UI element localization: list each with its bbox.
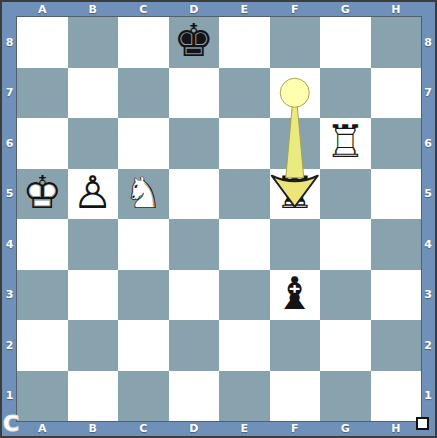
rank-label-3: 3 [2,270,17,321]
file-labels-top: ABCDEFGH [17,2,421,17]
piece-black-rook[interactable]: ♜ [270,169,321,220]
square-h5[interactable] [371,169,422,220]
square-e3[interactable] [219,270,270,321]
rank-label-8: 8 [2,17,17,68]
rank-label-4: 4 [421,219,435,270]
piece-white-knight[interactable]: ♞♘ [118,169,169,220]
rank-label-4: 4 [2,219,17,270]
square-d1[interactable] [169,371,220,422]
square-c2[interactable] [118,320,169,371]
square-c7[interactable] [118,68,169,119]
square-a4[interactable] [17,219,68,270]
file-label-g: G [320,421,371,436]
square-a7[interactable] [17,68,68,119]
square-a8[interactable] [17,17,68,68]
square-h6[interactable] [371,118,422,169]
square-c3[interactable] [118,270,169,321]
square-d5[interactable] [169,169,220,220]
square-f2[interactable] [270,320,321,371]
rank-label-1: 1 [421,371,435,422]
file-label-d: D [169,421,220,436]
white-to-move-indicator [416,417,429,430]
square-f5[interactable]: ♜ [270,169,321,220]
square-e2[interactable] [219,320,270,371]
chess-board[interactable]: ♚♜♖♚♔♟♙♞♘♜♝ [17,17,421,421]
square-a5[interactable]: ♚♔ [17,169,68,220]
logo-c: C [3,413,19,435]
file-label-f: F [270,421,321,436]
rank-label-3: 3 [421,270,435,321]
square-e8[interactable] [219,17,270,68]
square-b4[interactable] [68,219,119,270]
square-c4[interactable] [118,219,169,270]
square-d6[interactable] [169,118,220,169]
square-g1[interactable] [320,371,371,422]
square-f3[interactable]: ♝ [270,270,321,321]
file-label-a: A [17,421,68,436]
file-label-e: E [219,2,270,17]
square-c1[interactable] [118,371,169,422]
square-g4[interactable] [320,219,371,270]
square-h3[interactable] [371,270,422,321]
rank-labels-left: 87654321 [2,17,17,421]
square-f7[interactable] [270,68,321,119]
square-a6[interactable] [17,118,68,169]
square-h2[interactable] [371,320,422,371]
rank-label-7: 7 [2,68,17,119]
file-label-b: B [68,421,119,436]
file-label-h: H [371,2,422,17]
square-g3[interactable] [320,270,371,321]
square-f8[interactable] [270,17,321,68]
square-e7[interactable] [219,68,270,119]
square-g5[interactable] [320,169,371,220]
rank-label-6: 6 [2,118,17,169]
file-labels-bottom: ABCDEFGH [17,421,421,436]
file-label-c: C [118,421,169,436]
file-label-g: G [320,2,371,17]
rank-label-2: 2 [2,320,17,371]
square-e1[interactable] [219,371,270,422]
square-h4[interactable] [371,219,422,270]
file-label-c: C [118,2,169,17]
square-f1[interactable] [270,371,321,422]
rank-labels-right: 87654321 [421,17,435,421]
square-g8[interactable] [320,17,371,68]
square-b3[interactable] [68,270,119,321]
square-c8[interactable] [118,17,169,68]
square-d4[interactable] [169,219,220,270]
square-b8[interactable] [68,17,119,68]
file-label-h: H [371,421,422,436]
rank-label-8: 8 [421,17,435,68]
square-d7[interactable] [169,68,220,119]
square-h7[interactable] [371,68,422,119]
rank-label-2: 2 [421,320,435,371]
piece-black-king[interactable]: ♚ [169,17,220,68]
square-g2[interactable] [320,320,371,371]
square-c6[interactable] [118,118,169,169]
square-d2[interactable] [169,320,220,371]
rank-label-7: 7 [421,68,435,119]
square-b7[interactable] [68,68,119,119]
file-label-f: F [270,2,321,17]
square-a2[interactable] [17,320,68,371]
chess-diagram: ABCDEFGH ABCDEFGH 87654321 87654321 ♚♜♖♚… [0,0,437,438]
square-h8[interactable] [371,17,422,68]
square-f6[interactable] [270,118,321,169]
rank-label-5: 5 [2,169,17,220]
rank-label-5: 5 [421,169,435,220]
square-g7[interactable] [320,68,371,119]
square-a3[interactable] [17,270,68,321]
square-c5[interactable]: ♞♘ [118,169,169,220]
square-a1[interactable] [17,371,68,422]
square-e6[interactable] [219,118,270,169]
square-b5[interactable]: ♟♙ [68,169,119,220]
rank-label-6: 6 [421,118,435,169]
file-label-a: A [17,2,68,17]
file-label-b: B [68,2,119,17]
square-e5[interactable] [219,169,270,220]
square-d8[interactable]: ♚ [169,17,220,68]
square-d3[interactable] [169,270,220,321]
square-g6[interactable]: ♜♖ [320,118,371,169]
piece-white-pawn[interactable]: ♟♙ [68,169,119,220]
piece-black-bishop[interactable]: ♝ [270,270,321,321]
piece-white-rook[interactable]: ♜♖ [320,118,371,169]
square-h1[interactable] [371,371,422,422]
square-b6[interactable] [68,118,119,169]
square-b2[interactable] [68,320,119,371]
piece-white-king[interactable]: ♚♔ [17,169,68,220]
square-b1[interactable] [68,371,119,422]
square-f4[interactable] [270,219,321,270]
square-e4[interactable] [219,219,270,270]
file-label-e: E [219,421,270,436]
